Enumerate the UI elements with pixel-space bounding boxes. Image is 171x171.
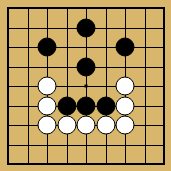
black-stone[interactable]: [57, 96, 76, 115]
black-stone[interactable]: [38, 38, 57, 57]
black-stone[interactable]: [96, 96, 115, 115]
grid-line-vertical: [106, 8, 107, 164]
white-stone[interactable]: [116, 77, 135, 96]
screen: [0, 0, 171, 171]
hoshi-point-tengen: [85, 85, 88, 88]
white-stone[interactable]: [116, 96, 135, 115]
grid-line-vertical: [145, 8, 146, 164]
black-stone[interactable]: [116, 38, 135, 57]
grid-line-horizontal: [8, 145, 164, 146]
white-stone[interactable]: [38, 116, 57, 135]
black-stone[interactable]: [77, 57, 96, 76]
white-stone[interactable]: [96, 116, 115, 135]
black-stone[interactable]: [77, 96, 96, 115]
black-stone[interactable]: [77, 18, 96, 37]
white-stone[interactable]: [77, 116, 96, 135]
white-stone[interactable]: [38, 77, 57, 96]
white-stone[interactable]: [57, 116, 76, 135]
white-stone[interactable]: [38, 96, 57, 115]
white-stone[interactable]: [116, 116, 135, 135]
